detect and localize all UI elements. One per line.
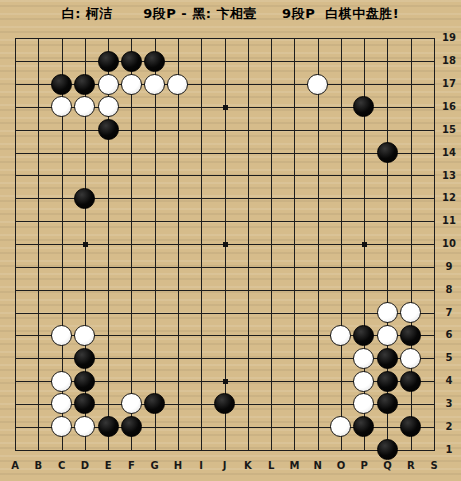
stone-black-D17 <box>74 74 95 95</box>
stone-white-R7 <box>400 302 421 323</box>
stone-black-P2 <box>353 416 374 437</box>
column-label-E: E <box>105 460 112 471</box>
row-label-4: 4 <box>446 375 453 386</box>
stone-white-Q6 <box>377 325 398 346</box>
go-game-viewer: 白: 柯洁 9段P - 黑: 卞相壹 9段P 白棋中盘胜! ABCDEFGHIJ… <box>0 0 461 481</box>
stone-white-C4 <box>51 371 72 392</box>
row-label-7: 7 <box>446 307 453 318</box>
row-label-3: 3 <box>446 398 453 409</box>
stone-white-D2 <box>74 416 95 437</box>
stone-white-D16 <box>74 96 95 117</box>
stone-black-R2 <box>400 416 421 437</box>
stone-white-E16 <box>98 96 119 117</box>
stone-black-P6 <box>353 325 374 346</box>
stone-black-F2 <box>121 416 142 437</box>
stone-black-C17 <box>51 74 72 95</box>
stone-white-P3 <box>353 393 374 414</box>
row-label-5: 5 <box>446 352 453 363</box>
stone-black-Q3 <box>377 393 398 414</box>
stone-white-F17 <box>121 74 142 95</box>
stone-white-H17 <box>167 74 188 95</box>
column-label-A: A <box>11 460 19 471</box>
stone-white-P4 <box>353 371 374 392</box>
row-label-8: 8 <box>446 284 453 295</box>
stone-white-P5 <box>353 348 374 369</box>
stone-white-F3 <box>121 393 142 414</box>
stone-black-D4 <box>74 371 95 392</box>
row-label-9: 9 <box>446 261 453 272</box>
row-label-2: 2 <box>446 421 453 432</box>
stone-black-E18 <box>98 51 119 72</box>
column-label-C: C <box>58 460 65 471</box>
column-label-G: G <box>151 460 159 471</box>
stone-white-D6 <box>74 325 95 346</box>
stone-black-D3 <box>74 393 95 414</box>
stone-black-Q14 <box>377 142 398 163</box>
stone-black-R4 <box>400 371 421 392</box>
stone-white-O2 <box>330 416 351 437</box>
stone-white-C16 <box>51 96 72 117</box>
column-label-R: R <box>407 460 415 471</box>
stone-black-E2 <box>98 416 119 437</box>
column-label-P: P <box>361 460 368 471</box>
row-label-1: 1 <box>446 444 453 455</box>
column-label-F: F <box>128 460 135 471</box>
stone-white-Q7 <box>377 302 398 323</box>
stone-white-N17 <box>307 74 328 95</box>
stone-black-F18 <box>121 51 142 72</box>
row-label-6: 6 <box>446 329 453 340</box>
stone-black-D12 <box>74 188 95 209</box>
stone-white-C6 <box>51 325 72 346</box>
stone-black-G18 <box>144 51 165 72</box>
stone-black-R6 <box>400 325 421 346</box>
column-label-J: J <box>223 460 227 471</box>
column-label-H: H <box>174 460 182 471</box>
column-label-N: N <box>313 460 321 471</box>
column-label-K: K <box>244 460 252 471</box>
stone-black-D5 <box>74 348 95 369</box>
column-label-Q: Q <box>383 460 392 471</box>
column-label-S: S <box>430 460 437 471</box>
stone-white-R5 <box>400 348 421 369</box>
stone-black-G3 <box>144 393 165 414</box>
stone-white-C2 <box>51 416 72 437</box>
stone-white-E17 <box>98 74 119 95</box>
stone-black-Q1 <box>377 439 398 460</box>
stone-white-C3 <box>51 393 72 414</box>
column-label-B: B <box>34 460 42 471</box>
column-label-L: L <box>268 460 274 471</box>
stone-black-Q4 <box>377 371 398 392</box>
stone-black-P16 <box>353 96 374 117</box>
stone-white-O6 <box>330 325 351 346</box>
column-label-D: D <box>81 460 89 471</box>
stone-black-E15 <box>98 119 119 140</box>
stone-black-J3 <box>214 393 235 414</box>
column-label-I: I <box>199 460 203 471</box>
go-board[interactable] <box>3 27 445 461</box>
column-label-M: M <box>289 460 299 471</box>
column-label-O: O <box>337 460 346 471</box>
stone-black-Q5 <box>377 348 398 369</box>
match-header: 白: 柯洁 9段P - 黑: 卞相壹 9段P 白棋中盘胜! <box>0 5 461 23</box>
stone-white-G17 <box>144 74 165 95</box>
